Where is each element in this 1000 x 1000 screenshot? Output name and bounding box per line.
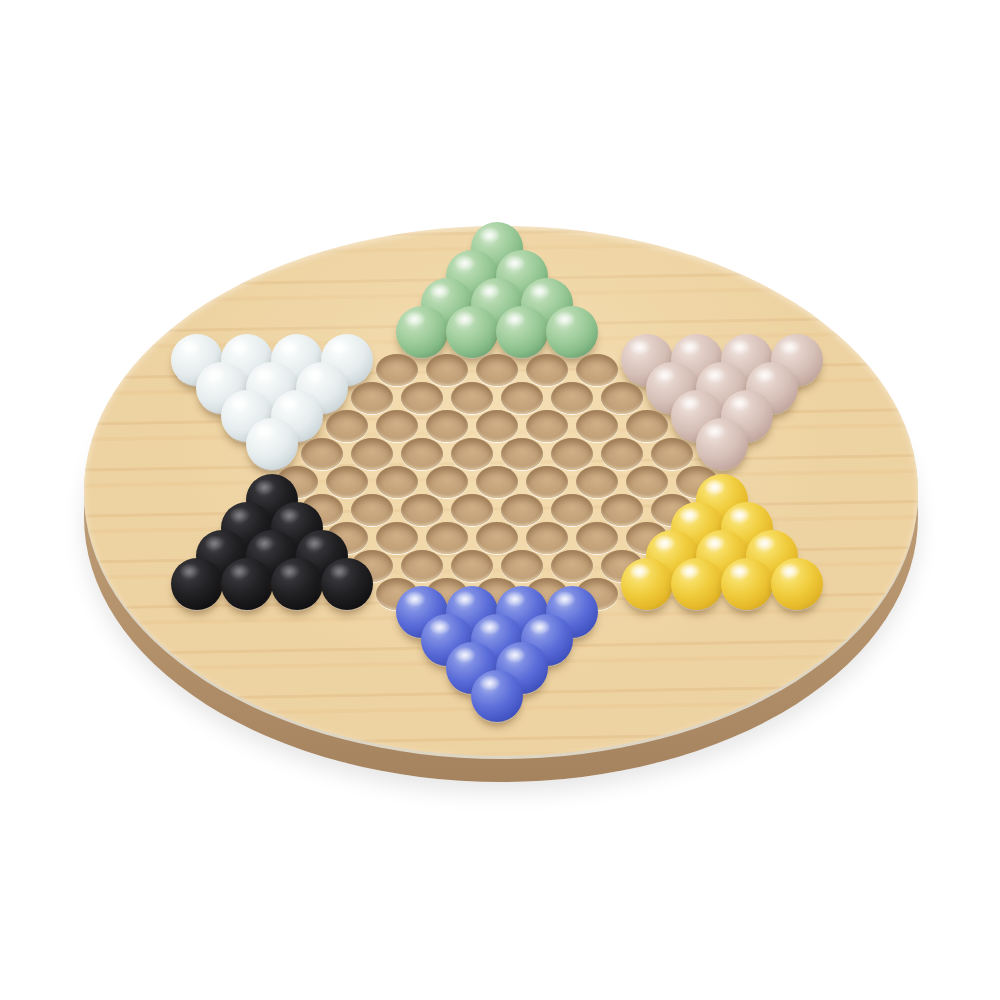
hole-r6-c6[interactable]: [451, 384, 493, 412]
hole-r5-c9[interactable]: [576, 356, 618, 384]
hole-r8-c4[interactable]: [401, 440, 443, 468]
hole-r7-c3[interactable]: [326, 412, 368, 440]
hole-r5-c6[interactable]: [426, 356, 468, 384]
drilled-hole: [626, 466, 668, 498]
drilled-hole: [576, 410, 618, 442]
marble-yellow[interactable]: [621, 558, 673, 610]
drilled-hole: [551, 438, 593, 470]
drilled-hole: [526, 466, 568, 498]
marble-green[interactable]: [396, 306, 448, 358]
drilled-hole: [576, 354, 618, 386]
hole-r11-c5[interactable]: [426, 524, 468, 552]
drilled-hole: [376, 522, 418, 554]
hole-r4-c3[interactable]: [501, 328, 543, 356]
hole-r8-c2[interactable]: [301, 440, 343, 468]
board-row-4: [401, 328, 593, 356]
drilled-hole: [451, 494, 493, 526]
drilled-hole: [451, 550, 493, 582]
hole-r13-c11[interactable]: [676, 580, 718, 608]
marble-blue[interactable]: [471, 670, 523, 722]
drilled-hole: [601, 438, 643, 470]
hole-r13-c13[interactable]: [776, 580, 818, 608]
hole-r8-c7[interactable]: [551, 440, 593, 468]
hole-r7-c8[interactable]: [576, 412, 618, 440]
drilled-hole: [401, 382, 443, 414]
hole-r5-c7[interactable]: [476, 356, 518, 384]
hole-r7-c4[interactable]: [376, 412, 418, 440]
hole-r4-c2[interactable]: [451, 328, 493, 356]
hole-r9-c7[interactable]: [576, 468, 618, 496]
hole-r8-c1[interactable]: [251, 440, 293, 468]
drilled-hole: [326, 466, 368, 498]
marble-black[interactable]: [171, 558, 223, 610]
marble-pink[interactable]: [696, 418, 748, 470]
board-row-10: [251, 496, 743, 524]
hole-r4-c4[interactable]: [551, 328, 593, 356]
drilled-hole: [351, 438, 393, 470]
hole-r9-c5[interactable]: [476, 468, 518, 496]
drilled-hole: [351, 382, 393, 414]
drilled-hole: [551, 550, 593, 582]
hole-r8-c9[interactable]: [651, 440, 693, 468]
hole-r13-c4[interactable]: [326, 580, 368, 608]
marble-green[interactable]: [446, 306, 498, 358]
drilled-hole: [501, 438, 543, 470]
marble-green[interactable]: [546, 306, 598, 358]
hole-r11-c6[interactable]: [476, 524, 518, 552]
marble-white[interactable]: [246, 418, 298, 470]
board-row-8: [251, 440, 743, 468]
hole-r6-c5[interactable]: [401, 384, 443, 412]
drilled-hole: [376, 354, 418, 386]
hole-r8-c8[interactable]: [601, 440, 643, 468]
drilled-hole: [576, 466, 618, 498]
hole-r13-c12[interactable]: [726, 580, 768, 608]
hole-r12-c7[interactable]: [501, 552, 543, 580]
hole-r9-c3[interactable]: [376, 468, 418, 496]
drilled-hole: [451, 382, 493, 414]
hole-r10-c7[interactable]: [551, 496, 593, 524]
drilled-hole: [626, 410, 668, 442]
board-surface: [84, 226, 918, 756]
drilled-hole: [526, 522, 568, 554]
drilled-hole: [376, 410, 418, 442]
drilled-hole: [426, 354, 468, 386]
hole-r17-c1[interactable]: [476, 692, 518, 720]
drilled-hole: [476, 466, 518, 498]
drilled-hole: [401, 550, 443, 582]
drilled-hole: [426, 522, 468, 554]
marble-yellow[interactable]: [771, 558, 823, 610]
hole-r8-c3[interactable]: [351, 440, 393, 468]
hole-r10-c5[interactable]: [451, 496, 493, 524]
board-row-9: [276, 468, 718, 496]
drilled-hole: [426, 466, 468, 498]
hole-r9-c8[interactable]: [626, 468, 668, 496]
hole-r9-c6[interactable]: [526, 468, 568, 496]
hole-r11-c7[interactable]: [526, 524, 568, 552]
hole-r6-c8[interactable]: [551, 384, 593, 412]
drilled-hole: [551, 494, 593, 526]
hole-r12-c6[interactable]: [451, 552, 493, 580]
drilled-hole: [526, 354, 568, 386]
drilled-hole: [501, 494, 543, 526]
drilled-hole: [476, 410, 518, 442]
hole-r8-c6[interactable]: [501, 440, 543, 468]
hole-r5-c5[interactable]: [376, 356, 418, 384]
hole-r10-c8[interactable]: [601, 496, 643, 524]
drilled-hole: [451, 438, 493, 470]
drilled-hole: [501, 550, 543, 582]
drilled-hole: [476, 354, 518, 386]
hole-r13-c10[interactable]: [626, 580, 668, 608]
drilled-hole: [576, 522, 618, 554]
hole-r4-c1[interactable]: [401, 328, 443, 356]
hole-r9-c2[interactable]: [326, 468, 368, 496]
marble-green[interactable]: [496, 306, 548, 358]
hole-r10-c4[interactable]: [401, 496, 443, 524]
drilled-hole: [401, 494, 443, 526]
board-row-17: [476, 692, 518, 720]
drilled-hole: [301, 438, 343, 470]
drilled-hole: [401, 438, 443, 470]
drilled-hole: [501, 382, 543, 414]
hole-r13-c2[interactable]: [226, 580, 268, 608]
hole-r11-c4[interactable]: [376, 524, 418, 552]
drilled-hole: [601, 382, 643, 414]
hole-r11-c8[interactable]: [576, 524, 618, 552]
hole-r8-c10[interactable]: [701, 440, 743, 468]
drilled-hole: [651, 438, 693, 470]
marble-black[interactable]: [271, 558, 323, 610]
marble-black[interactable]: [321, 558, 373, 610]
hole-r13-c3[interactable]: [276, 580, 318, 608]
hole-r6-c4[interactable]: [351, 384, 393, 412]
hole-r10-c3[interactable]: [351, 496, 393, 524]
hole-r6-c7[interactable]: [501, 384, 543, 412]
board-row-7: [226, 412, 768, 440]
marble-yellow[interactable]: [721, 558, 773, 610]
drilled-hole: [426, 410, 468, 442]
star-hole-grid: [176, 244, 818, 720]
drilled-hole: [551, 382, 593, 414]
drilled-hole: [526, 410, 568, 442]
chinese-checkers-board: [84, 226, 918, 786]
drilled-hole: [351, 494, 393, 526]
drilled-hole: [601, 494, 643, 526]
hole-r5-c8[interactable]: [526, 356, 568, 384]
hole-r10-c6[interactable]: [501, 496, 543, 524]
marble-black[interactable]: [221, 558, 273, 610]
hole-r7-c5[interactable]: [426, 412, 468, 440]
hole-r7-c9[interactable]: [626, 412, 668, 440]
hole-r9-c4[interactable]: [426, 468, 468, 496]
drilled-hole: [376, 466, 418, 498]
hole-r8-c5[interactable]: [451, 440, 493, 468]
hole-r6-c9[interactable]: [601, 384, 643, 412]
marble-yellow[interactable]: [671, 558, 723, 610]
photo-background: [0, 0, 1000, 1000]
hole-r12-c8[interactable]: [551, 552, 593, 580]
hole-r12-c5[interactable]: [401, 552, 443, 580]
hole-r7-c6[interactable]: [476, 412, 518, 440]
hole-r7-c7[interactable]: [526, 412, 568, 440]
hole-r13-c1[interactable]: [176, 580, 218, 608]
drilled-hole: [326, 410, 368, 442]
drilled-hole: [476, 522, 518, 554]
